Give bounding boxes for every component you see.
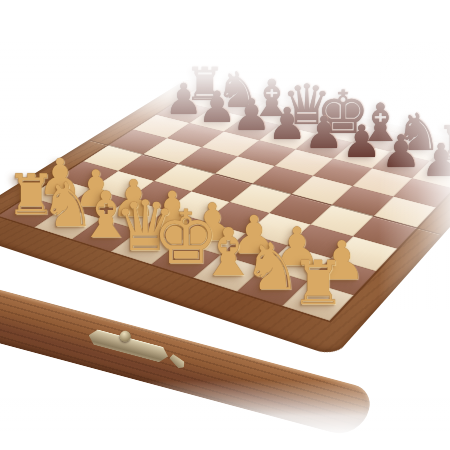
photo-stage: ♜♞♝♛♚♝♞♜♟♟♟♟♟♟♟♟♟♟♟♟♟♟♟♟♜♞♝♛♚♝♞♜ [0,0,450,450]
board-frame [0,78,450,357]
board-scene [25,0,450,410]
board-squares [0,87,450,320]
board-positioner [15,0,450,440]
